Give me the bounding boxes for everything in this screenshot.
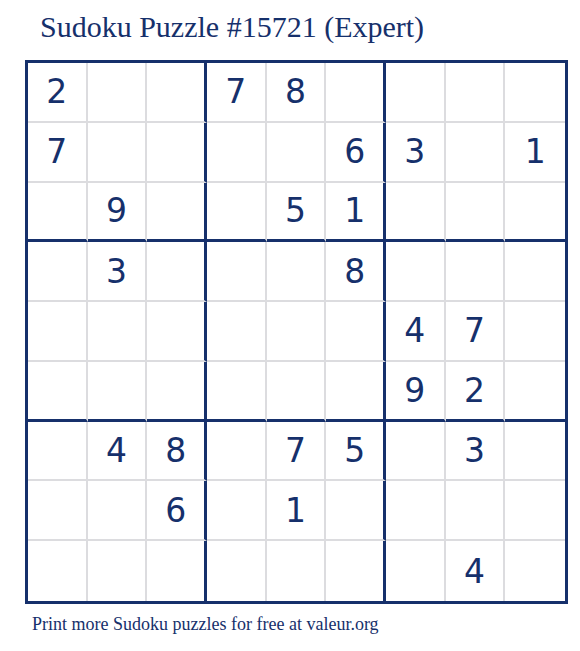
- cell-r2c3[interactable]: [147, 123, 207, 183]
- cell-r9c8[interactable]: 4: [446, 541, 506, 601]
- cell-r4c4[interactable]: [207, 242, 267, 302]
- cell-r5c1[interactable]: [28, 302, 88, 362]
- cell-r4c7[interactable]: [386, 242, 446, 302]
- cell-r1c6[interactable]: [326, 63, 386, 123]
- cell-r4c8[interactable]: [446, 242, 506, 302]
- cell-r6c1[interactable]: [28, 362, 88, 422]
- cell-r1c9[interactable]: [505, 63, 565, 123]
- cell-r2c6[interactable]: 6: [326, 123, 386, 183]
- cell-r5c9[interactable]: [505, 302, 565, 362]
- page: Sudoku Puzzle #15721 (Expert) 2787631951…: [0, 0, 580, 651]
- cell-r9c6[interactable]: [326, 541, 386, 601]
- cell-r1c1[interactable]: 2: [28, 63, 88, 123]
- cell-r5c5[interactable]: [267, 302, 327, 362]
- cell-r8c7[interactable]: [386, 481, 446, 541]
- cell-r2c4[interactable]: [207, 123, 267, 183]
- cell-r8c9[interactable]: [505, 481, 565, 541]
- cell-r2c7[interactable]: 3: [386, 123, 446, 183]
- footer-text: Print more Sudoku puzzles for free at va…: [32, 614, 379, 635]
- cell-r8c5[interactable]: 1: [267, 481, 327, 541]
- cell-r3c6[interactable]: 1: [326, 183, 386, 243]
- cell-r2c1[interactable]: 7: [28, 123, 88, 183]
- cell-r5c2[interactable]: [88, 302, 148, 362]
- cell-r9c5[interactable]: [267, 541, 327, 601]
- cell-r6c3[interactable]: [147, 362, 207, 422]
- cell-r6c2[interactable]: [88, 362, 148, 422]
- cell-r8c4[interactable]: [207, 481, 267, 541]
- page-title: Sudoku Puzzle #15721 (Expert): [40, 10, 424, 44]
- cell-r8c8[interactable]: [446, 481, 506, 541]
- cell-r7c4[interactable]: [207, 422, 267, 482]
- cell-r1c3[interactable]: [147, 63, 207, 123]
- cell-r3c8[interactable]: [446, 183, 506, 243]
- cell-r7c6[interactable]: 5: [326, 422, 386, 482]
- cell-r1c7[interactable]: [386, 63, 446, 123]
- cell-r4c6[interactable]: 8: [326, 242, 386, 302]
- cell-r8c2[interactable]: [88, 481, 148, 541]
- cell-r6c6[interactable]: [326, 362, 386, 422]
- cell-r3c7[interactable]: [386, 183, 446, 243]
- cell-r4c3[interactable]: [147, 242, 207, 302]
- cell-r6c5[interactable]: [267, 362, 327, 422]
- cell-r2c9[interactable]: 1: [505, 123, 565, 183]
- cell-r8c1[interactable]: [28, 481, 88, 541]
- cell-r2c8[interactable]: [446, 123, 506, 183]
- cell-r8c3[interactable]: 6: [147, 481, 207, 541]
- cell-r3c1[interactable]: [28, 183, 88, 243]
- cell-r4c1[interactable]: [28, 242, 88, 302]
- cell-r3c5[interactable]: 5: [267, 183, 327, 243]
- cell-r1c8[interactable]: [446, 63, 506, 123]
- cell-r7c7[interactable]: [386, 422, 446, 482]
- cell-r5c4[interactable]: [207, 302, 267, 362]
- cell-r4c2[interactable]: 3: [88, 242, 148, 302]
- cell-r9c7[interactable]: [386, 541, 446, 601]
- cell-r4c5[interactable]: [267, 242, 327, 302]
- cell-r2c5[interactable]: [267, 123, 327, 183]
- cell-r9c3[interactable]: [147, 541, 207, 601]
- cell-r7c9[interactable]: [505, 422, 565, 482]
- cell-r6c8[interactable]: 2: [446, 362, 506, 422]
- cell-r9c1[interactable]: [28, 541, 88, 601]
- cell-r7c8[interactable]: 3: [446, 422, 506, 482]
- cell-r3c4[interactable]: [207, 183, 267, 243]
- cell-r6c9[interactable]: [505, 362, 565, 422]
- cell-r5c7[interactable]: 4: [386, 302, 446, 362]
- cell-r4c9[interactable]: [505, 242, 565, 302]
- cell-r7c3[interactable]: 8: [147, 422, 207, 482]
- cell-r6c7[interactable]: 9: [386, 362, 446, 422]
- cell-r9c9[interactable]: [505, 541, 565, 601]
- cell-r6c4[interactable]: [207, 362, 267, 422]
- cell-r3c9[interactable]: [505, 183, 565, 243]
- cell-r5c6[interactable]: [326, 302, 386, 362]
- cell-r9c2[interactable]: [88, 541, 148, 601]
- cell-r1c4[interactable]: 7: [207, 63, 267, 123]
- cell-r5c8[interactable]: 7: [446, 302, 506, 362]
- cell-r3c2[interactable]: 9: [88, 183, 148, 243]
- sudoku-board: 278763195138479248753614: [25, 60, 568, 604]
- cell-r9c4[interactable]: [207, 541, 267, 601]
- cell-r2c2[interactable]: [88, 123, 148, 183]
- cell-r8c6[interactable]: [326, 481, 386, 541]
- cell-r7c2[interactable]: 4: [88, 422, 148, 482]
- cell-r3c3[interactable]: [147, 183, 207, 243]
- cell-r1c2[interactable]: [88, 63, 148, 123]
- cell-r1c5[interactable]: 8: [267, 63, 327, 123]
- cell-r5c3[interactable]: [147, 302, 207, 362]
- cell-r7c5[interactable]: 7: [267, 422, 327, 482]
- cell-r7c1[interactable]: [28, 422, 88, 482]
